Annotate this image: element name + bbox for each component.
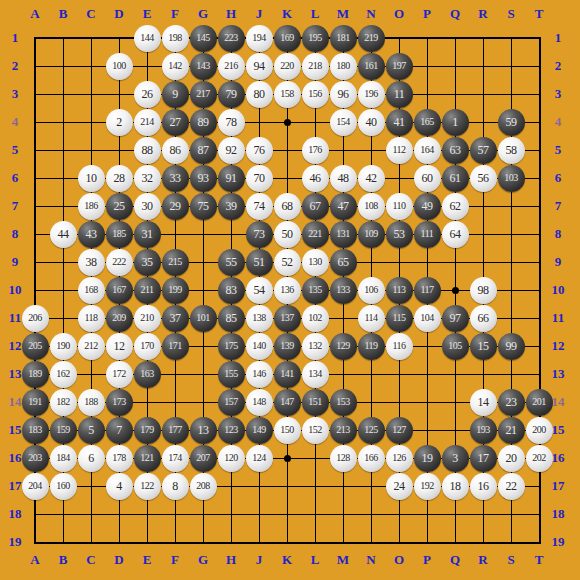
stone-N6-move-42: 42: [358, 165, 385, 192]
stone-O7-move-110: 110: [386, 193, 413, 220]
stone-N7-move-108: 108: [358, 193, 385, 220]
stone-G3-move-217: 217: [190, 81, 217, 108]
stone-A15-move-183: 183: [22, 417, 49, 444]
stone-M3-move-96: 96: [330, 81, 357, 108]
stone-Q4-move-1: 1: [442, 109, 469, 136]
stone-J12-move-140: 140: [246, 333, 273, 360]
stone-E11-move-210: 210: [134, 305, 161, 332]
stone-F10-move-199: 199: [162, 277, 189, 304]
stone-T15-move-200: 200: [526, 417, 553, 444]
stone-J1-move-194: 194: [246, 25, 273, 52]
stone-H6-move-91: 91: [218, 165, 245, 192]
stone-D10-move-167: 167: [106, 277, 133, 304]
stone-P5-move-164: 164: [414, 137, 441, 164]
stone-D2-move-100: 100: [106, 53, 133, 80]
stone-D15-move-7: 7: [106, 417, 133, 444]
stone-O15-move-127: 127: [386, 417, 413, 444]
stone-L15-move-152: 152: [302, 417, 329, 444]
stone-B12-move-190: 190: [50, 333, 77, 360]
stone-K3-move-158: 158: [274, 81, 301, 108]
stone-J15-move-149: 149: [246, 417, 273, 444]
stone-M7-move-47: 47: [330, 193, 357, 220]
stone-G7-move-75: 75: [190, 193, 217, 220]
stone-L8-move-221: 221: [302, 221, 329, 248]
stone-Q6-move-61: 61: [442, 165, 469, 192]
col-label-top-C: C: [77, 6, 105, 22]
stone-H1-move-223: 223: [218, 25, 245, 52]
stone-E5-move-88: 88: [134, 137, 161, 164]
col-label-top-T: T: [525, 6, 553, 22]
col-label-top-G: G: [189, 6, 217, 22]
stone-C14-move-188: 188: [78, 389, 105, 416]
col-label-top-R: R: [469, 6, 497, 22]
stone-K13-move-141: 141: [274, 361, 301, 388]
stone-H5-move-92: 92: [218, 137, 245, 164]
stone-C6-move-10: 10: [78, 165, 105, 192]
stone-Q12-move-105: 105: [442, 333, 469, 360]
stone-L7-move-67: 67: [302, 193, 329, 220]
stone-L11-move-102: 102: [302, 305, 329, 332]
stone-O5-move-112: 112: [386, 137, 413, 164]
stone-M15-move-213: 213: [330, 417, 357, 444]
stone-R14-move-14: 14: [470, 389, 497, 416]
stone-H16-move-120: 120: [218, 445, 245, 472]
col-label-top-D: D: [105, 6, 133, 22]
stone-L13-move-134: 134: [302, 361, 329, 388]
stone-Q17-move-18: 18: [442, 473, 469, 500]
stone-E15-move-179: 179: [134, 417, 161, 444]
stone-P10-move-117: 117: [414, 277, 441, 304]
stone-D17-move-4: 4: [106, 473, 133, 500]
stone-J2-move-94: 94: [246, 53, 273, 80]
stone-M9-move-65: 65: [330, 249, 357, 276]
go-board[interactable]: ABCDEFGHJKLMNOPQRST ABCDEFGHJKLMNOPQRST …: [0, 0, 580, 580]
stone-H4-move-78: 78: [218, 109, 245, 136]
stone-Q7-move-62: 62: [442, 193, 469, 220]
stone-O8-move-53: 53: [386, 221, 413, 248]
stone-Q16-move-3: 3: [442, 445, 469, 472]
stone-L5-move-176: 176: [302, 137, 329, 164]
stone-S5-move-58: 58: [498, 137, 525, 164]
stone-J13-move-146: 146: [246, 361, 273, 388]
stone-L10-move-135: 135: [302, 277, 329, 304]
col-label-top-Q: Q: [441, 6, 469, 22]
stone-O2-move-197: 197: [386, 53, 413, 80]
stone-D12-move-12: 12: [106, 333, 133, 360]
stone-L12-move-132: 132: [302, 333, 329, 360]
stone-F2-move-142: 142: [162, 53, 189, 80]
stone-N10-move-106: 106: [358, 277, 385, 304]
stone-M12-move-129: 129: [330, 333, 357, 360]
stone-B17-move-160: 160: [50, 473, 77, 500]
stone-F3-move-9: 9: [162, 81, 189, 108]
stone-T16-move-202: 202: [526, 445, 553, 472]
col-label-top-A: A: [21, 6, 49, 22]
stone-H7-move-39: 39: [218, 193, 245, 220]
stone-N16-move-166: 166: [358, 445, 385, 472]
stone-J6-move-70: 70: [246, 165, 273, 192]
stone-C7-move-186: 186: [78, 193, 105, 220]
stone-O4-move-41: 41: [386, 109, 413, 136]
stone-D6-move-28: 28: [106, 165, 133, 192]
stone-S14-move-23: 23: [498, 389, 525, 416]
stone-R17-move-16: 16: [470, 473, 497, 500]
stone-C9-move-38: 38: [78, 249, 105, 276]
stone-S16-move-20: 20: [498, 445, 525, 472]
stone-C12-move-212: 212: [78, 333, 105, 360]
stone-J7-move-74: 74: [246, 193, 273, 220]
stone-J3-move-80: 80: [246, 81, 273, 108]
stone-A13-move-189: 189: [22, 361, 49, 388]
stone-G6-move-93: 93: [190, 165, 217, 192]
stone-E7-move-30: 30: [134, 193, 161, 220]
stone-N3-move-196: 196: [358, 81, 385, 108]
stone-N2-move-161: 161: [358, 53, 385, 80]
stone-M14-move-153: 153: [330, 389, 357, 416]
stone-N11-move-114: 114: [358, 305, 385, 332]
stone-F4-move-27: 27: [162, 109, 189, 136]
stone-L1-move-195: 195: [302, 25, 329, 52]
stone-E3-move-26: 26: [134, 81, 161, 108]
stone-H11-move-85: 85: [218, 305, 245, 332]
stone-O17-move-24: 24: [386, 473, 413, 500]
stone-K15-move-150: 150: [274, 417, 301, 444]
col-label-top-F: F: [161, 6, 189, 22]
stone-B13-move-162: 162: [50, 361, 77, 388]
stone-R11-move-66: 66: [470, 305, 497, 332]
stone-T14-move-201: 201: [526, 389, 553, 416]
stone-F1-move-198: 198: [162, 25, 189, 52]
stone-G16-move-207: 207: [190, 445, 217, 472]
stone-A17-move-204: 204: [22, 473, 49, 500]
stone-F12-move-171: 171: [162, 333, 189, 360]
stone-G1-move-145: 145: [190, 25, 217, 52]
stone-P16-move-19: 19: [414, 445, 441, 472]
stone-F17-move-8: 8: [162, 473, 189, 500]
column-labels-top: ABCDEFGHJKLMNOPQRST: [21, 6, 553, 22]
stone-Q5-move-63: 63: [442, 137, 469, 164]
stone-N12-move-119: 119: [358, 333, 385, 360]
stone-E17-move-122: 122: [134, 473, 161, 500]
stone-J14-move-148: 148: [246, 389, 273, 416]
stone-L9-move-130: 130: [302, 249, 329, 276]
stone-S17-move-22: 22: [498, 473, 525, 500]
stone-P8-move-111: 111: [414, 221, 441, 248]
stone-H14-move-157: 157: [218, 389, 245, 416]
stone-R10-move-98: 98: [470, 277, 497, 304]
stone-L14-move-151: 151: [302, 389, 329, 416]
stone-M16-move-128: 128: [330, 445, 357, 472]
stone-F15-move-177: 177: [162, 417, 189, 444]
stone-D13-move-172: 172: [106, 361, 133, 388]
stone-E4-move-214: 214: [134, 109, 161, 136]
stone-Q8-move-64: 64: [442, 221, 469, 248]
stone-F9-move-215: 215: [162, 249, 189, 276]
stone-B16-move-184: 184: [50, 445, 77, 472]
stone-K1-move-169: 169: [274, 25, 301, 52]
stones-layer: 1441981452231941691951812191001421432169…: [21, 24, 553, 556]
stone-N1-move-219: 219: [358, 25, 385, 52]
stone-H3-move-79: 79: [218, 81, 245, 108]
stone-P7-move-49: 49: [414, 193, 441, 220]
stone-D16-move-178: 178: [106, 445, 133, 472]
stone-P6-move-60: 60: [414, 165, 441, 192]
stone-L3-move-156: 156: [302, 81, 329, 108]
col-label-top-H: H: [217, 6, 245, 22]
stone-F6-move-33: 33: [162, 165, 189, 192]
col-label-top-M: M: [329, 6, 357, 22]
stone-D4-move-2: 2: [106, 109, 133, 136]
stone-R5-move-57: 57: [470, 137, 497, 164]
stone-R6-move-56: 56: [470, 165, 497, 192]
stone-O12-move-116: 116: [386, 333, 413, 360]
stone-R15-move-193: 193: [470, 417, 497, 444]
stone-J8-move-73: 73: [246, 221, 273, 248]
stone-B15-move-159: 159: [50, 417, 77, 444]
stone-O10-move-113: 113: [386, 277, 413, 304]
stone-K12-move-139: 139: [274, 333, 301, 360]
stone-D7-move-25: 25: [106, 193, 133, 220]
stone-N4-move-40: 40: [358, 109, 385, 136]
stone-K11-move-137: 137: [274, 305, 301, 332]
col-label-top-J: J: [245, 6, 273, 22]
stone-S4-move-59: 59: [498, 109, 525, 136]
stone-A11-move-206: 206: [22, 305, 49, 332]
stone-P4-move-165: 165: [414, 109, 441, 136]
stone-M10-move-133: 133: [330, 277, 357, 304]
stone-H15-move-123: 123: [218, 417, 245, 444]
stone-J5-move-76: 76: [246, 137, 273, 164]
stone-E6-move-32: 32: [134, 165, 161, 192]
stone-H13-move-155: 155: [218, 361, 245, 388]
stone-M4-move-154: 154: [330, 109, 357, 136]
stone-C11-move-118: 118: [78, 305, 105, 332]
stone-E16-move-121: 121: [134, 445, 161, 472]
stone-D11-move-209: 209: [106, 305, 133, 332]
col-label-top-K: K: [273, 6, 301, 22]
stone-K8-move-50: 50: [274, 221, 301, 248]
stone-C15-move-5: 5: [78, 417, 105, 444]
stone-H9-move-55: 55: [218, 249, 245, 276]
stone-M1-move-181: 181: [330, 25, 357, 52]
stone-C16-move-6: 6: [78, 445, 105, 472]
stone-N8-move-109: 109: [358, 221, 385, 248]
stone-D9-move-222: 222: [106, 249, 133, 276]
stone-K14-move-147: 147: [274, 389, 301, 416]
stone-C10-move-168: 168: [78, 277, 105, 304]
stone-R12-move-15: 15: [470, 333, 497, 360]
stone-G15-move-13: 13: [190, 417, 217, 444]
stone-L2-move-218: 218: [302, 53, 329, 80]
col-label-top-N: N: [357, 6, 385, 22]
stone-A14-move-191: 191: [22, 389, 49, 416]
stone-A16-move-203: 203: [22, 445, 49, 472]
stone-K7-move-68: 68: [274, 193, 301, 220]
stone-G5-move-87: 87: [190, 137, 217, 164]
stone-J16-move-124: 124: [246, 445, 273, 472]
col-label-top-L: L: [301, 6, 329, 22]
stone-F7-move-29: 29: [162, 193, 189, 220]
stone-E13-move-163: 163: [134, 361, 161, 388]
stone-D14-move-173: 173: [106, 389, 133, 416]
stone-O3-move-11: 11: [386, 81, 413, 108]
col-label-top-E: E: [133, 6, 161, 22]
stone-A12-move-205: 205: [22, 333, 49, 360]
stone-G4-move-89: 89: [190, 109, 217, 136]
stone-H10-move-83: 83: [218, 277, 245, 304]
stone-O16-move-126: 126: [386, 445, 413, 472]
stone-Q11-move-97: 97: [442, 305, 469, 332]
col-label-top-B: B: [49, 6, 77, 22]
stone-F16-move-174: 174: [162, 445, 189, 472]
stone-M2-move-180: 180: [330, 53, 357, 80]
stone-K10-move-136: 136: [274, 277, 301, 304]
stone-O11-move-115: 115: [386, 305, 413, 332]
stone-J9-move-51: 51: [246, 249, 273, 276]
col-label-top-S: S: [497, 6, 525, 22]
stone-S15-move-21: 21: [498, 417, 525, 444]
stone-H12-move-175: 175: [218, 333, 245, 360]
stone-M8-move-131: 131: [330, 221, 357, 248]
stone-L6-move-46: 46: [302, 165, 329, 192]
stone-G11-move-101: 101: [190, 305, 217, 332]
stone-P11-move-104: 104: [414, 305, 441, 332]
stone-H2-move-216: 216: [218, 53, 245, 80]
stone-J10-move-54: 54: [246, 277, 273, 304]
stone-K9-move-52: 52: [274, 249, 301, 276]
stone-B14-move-182: 182: [50, 389, 77, 416]
col-label-top-P: P: [413, 6, 441, 22]
stone-B8-move-44: 44: [50, 221, 77, 248]
stone-E9-move-35: 35: [134, 249, 161, 276]
stone-G17-move-208: 208: [190, 473, 217, 500]
stone-N15-move-125: 125: [358, 417, 385, 444]
stone-R16-move-17: 17: [470, 445, 497, 472]
stone-F5-move-86: 86: [162, 137, 189, 164]
stone-J11-move-138: 138: [246, 305, 273, 332]
stone-M6-move-48: 48: [330, 165, 357, 192]
stone-F11-move-37: 37: [162, 305, 189, 332]
stone-P17-move-192: 192: [414, 473, 441, 500]
stone-G2-move-143: 143: [190, 53, 217, 80]
stone-S6-move-103: 103: [498, 165, 525, 192]
stone-E8-move-31: 31: [134, 221, 161, 248]
stone-E1-move-144: 144: [134, 25, 161, 52]
stone-E10-move-211: 211: [134, 277, 161, 304]
col-label-top-O: O: [385, 6, 413, 22]
stone-K2-move-220: 220: [274, 53, 301, 80]
stone-S12-move-99: 99: [498, 333, 525, 360]
stone-C8-move-43: 43: [78, 221, 105, 248]
stone-E12-move-170: 170: [134, 333, 161, 360]
stone-D8-move-185: 185: [106, 221, 133, 248]
